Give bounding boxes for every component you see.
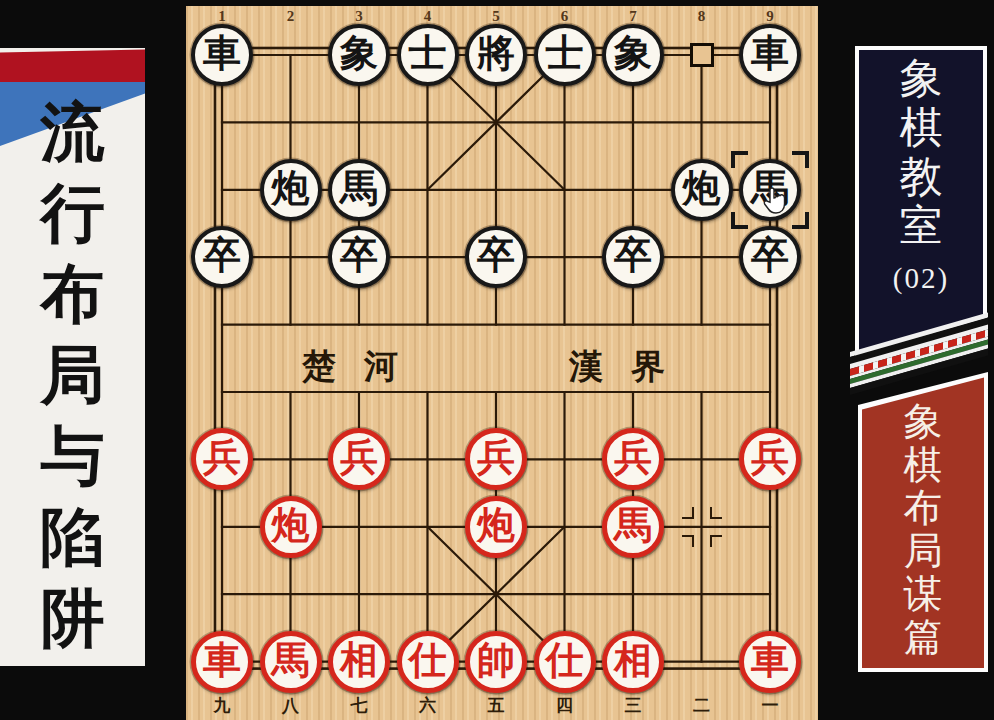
left-banner-red-band	[0, 49, 145, 85]
classroom-title-char: 象	[859, 54, 983, 103]
file-label-bottom: 九	[210, 694, 234, 717]
red-cannon[interactable]: 炮	[260, 496, 322, 558]
file-label-top: 4	[416, 8, 440, 25]
strategy-title-char: 篇	[862, 615, 984, 658]
right-banner-strategy-inner: 象棋布局谋篇	[862, 376, 984, 668]
left-title-char: 局	[0, 335, 145, 416]
left-title-char: 行	[0, 173, 145, 254]
red-general[interactable]: 帥	[465, 631, 527, 693]
red-advisor[interactable]: 仕	[534, 631, 596, 693]
file-label-bottom: 一	[758, 694, 782, 717]
classroom-title: 象棋教室	[859, 50, 983, 250]
red-horse[interactable]: 馬	[260, 631, 322, 693]
file-label-top: 7	[621, 8, 645, 25]
classroom-title-char: 室	[859, 201, 983, 250]
black-cannon[interactable]: 炮	[671, 159, 733, 221]
file-label-top: 3	[347, 8, 371, 25]
black-chariot[interactable]: 車	[739, 24, 801, 86]
black-elephant[interactable]: 象	[602, 24, 664, 86]
black-advisor[interactable]: 士	[534, 24, 596, 86]
video-frame: 流行布局与陷阱 楚河 漢界 123456789九八七六五四三二一車象士將士象車炮…	[0, 0, 994, 720]
left-title-char: 布	[0, 254, 145, 335]
file-label-top: 2	[279, 8, 303, 25]
file-label-bottom: 四	[553, 694, 577, 717]
red-advisor[interactable]: 仕	[397, 631, 459, 693]
file-label-bottom: 二	[690, 694, 714, 717]
board-point-marker	[682, 507, 722, 547]
black-chariot[interactable]: 車	[191, 24, 253, 86]
left-banner-title: 流行布局与陷阱	[0, 92, 145, 659]
black-cannon[interactable]: 炮	[260, 159, 322, 221]
red-soldier[interactable]: 兵	[739, 428, 801, 490]
file-label-top: 8	[690, 8, 714, 25]
right-banner-classroom: 象棋教室 (02)	[855, 46, 987, 360]
black-advisor[interactable]: 士	[397, 24, 459, 86]
river-text-left: 楚河	[274, 344, 424, 384]
classroom-title-char: 棋	[859, 103, 983, 152]
red-elephant[interactable]: 相	[602, 631, 664, 693]
black-horse[interactable]: 馬	[328, 159, 390, 221]
classroom-episode-number: (02)	[859, 258, 983, 298]
file-label-bottom: 七	[347, 694, 371, 717]
red-horse[interactable]: 馬	[602, 496, 664, 558]
left-title-char: 阱	[0, 578, 145, 659]
file-label-top: 5	[484, 8, 508, 25]
file-label-top: 6	[553, 8, 577, 25]
right-banner-strategy: 象棋布局谋篇	[858, 372, 988, 672]
black-soldier[interactable]: 卒	[328, 226, 390, 288]
river-text-right: 漢界	[541, 344, 691, 384]
left-title-char: 流	[0, 92, 145, 173]
hand-cursor-icon	[762, 186, 788, 220]
file-label-bottom: 三	[621, 694, 645, 717]
right-banner-classroom-inner: 象棋教室 (02)	[859, 50, 983, 356]
classroom-title-char: 教	[859, 152, 983, 201]
red-soldier[interactable]: 兵	[191, 428, 253, 490]
black-soldier[interactable]: 卒	[739, 226, 801, 288]
left-title-char: 与	[0, 416, 145, 497]
red-elephant[interactable]: 相	[328, 631, 390, 693]
red-chariot[interactable]: 車	[739, 631, 801, 693]
black-soldier[interactable]: 卒	[191, 226, 253, 288]
strategy-title: 象棋布局谋篇	[862, 376, 984, 658]
file-label-bottom: 六	[416, 694, 440, 717]
black-general[interactable]: 將	[465, 24, 527, 86]
black-elephant[interactable]: 象	[328, 24, 390, 86]
last-move-origin-marker	[690, 43, 714, 67]
red-cannon[interactable]: 炮	[465, 496, 527, 558]
red-soldier[interactable]: 兵	[465, 428, 527, 490]
board[interactable]: 楚河 漢界 123456789九八七六五四三二一車象士將士象車炮馬炮馬卒卒卒卒卒…	[186, 6, 818, 720]
file-label-bottom: 八	[279, 694, 303, 717]
red-soldier[interactable]: 兵	[602, 428, 664, 490]
left-title-banner: 流行布局与陷阱	[0, 48, 145, 666]
red-chariot[interactable]: 車	[191, 631, 253, 693]
file-label-top: 9	[758, 8, 782, 25]
file-label-top: 1	[210, 8, 234, 25]
black-soldier[interactable]: 卒	[602, 226, 664, 288]
left-title-char: 陷	[0, 497, 145, 578]
file-label-bottom: 五	[484, 694, 508, 717]
black-soldier[interactable]: 卒	[465, 226, 527, 288]
red-soldier[interactable]: 兵	[328, 428, 390, 490]
